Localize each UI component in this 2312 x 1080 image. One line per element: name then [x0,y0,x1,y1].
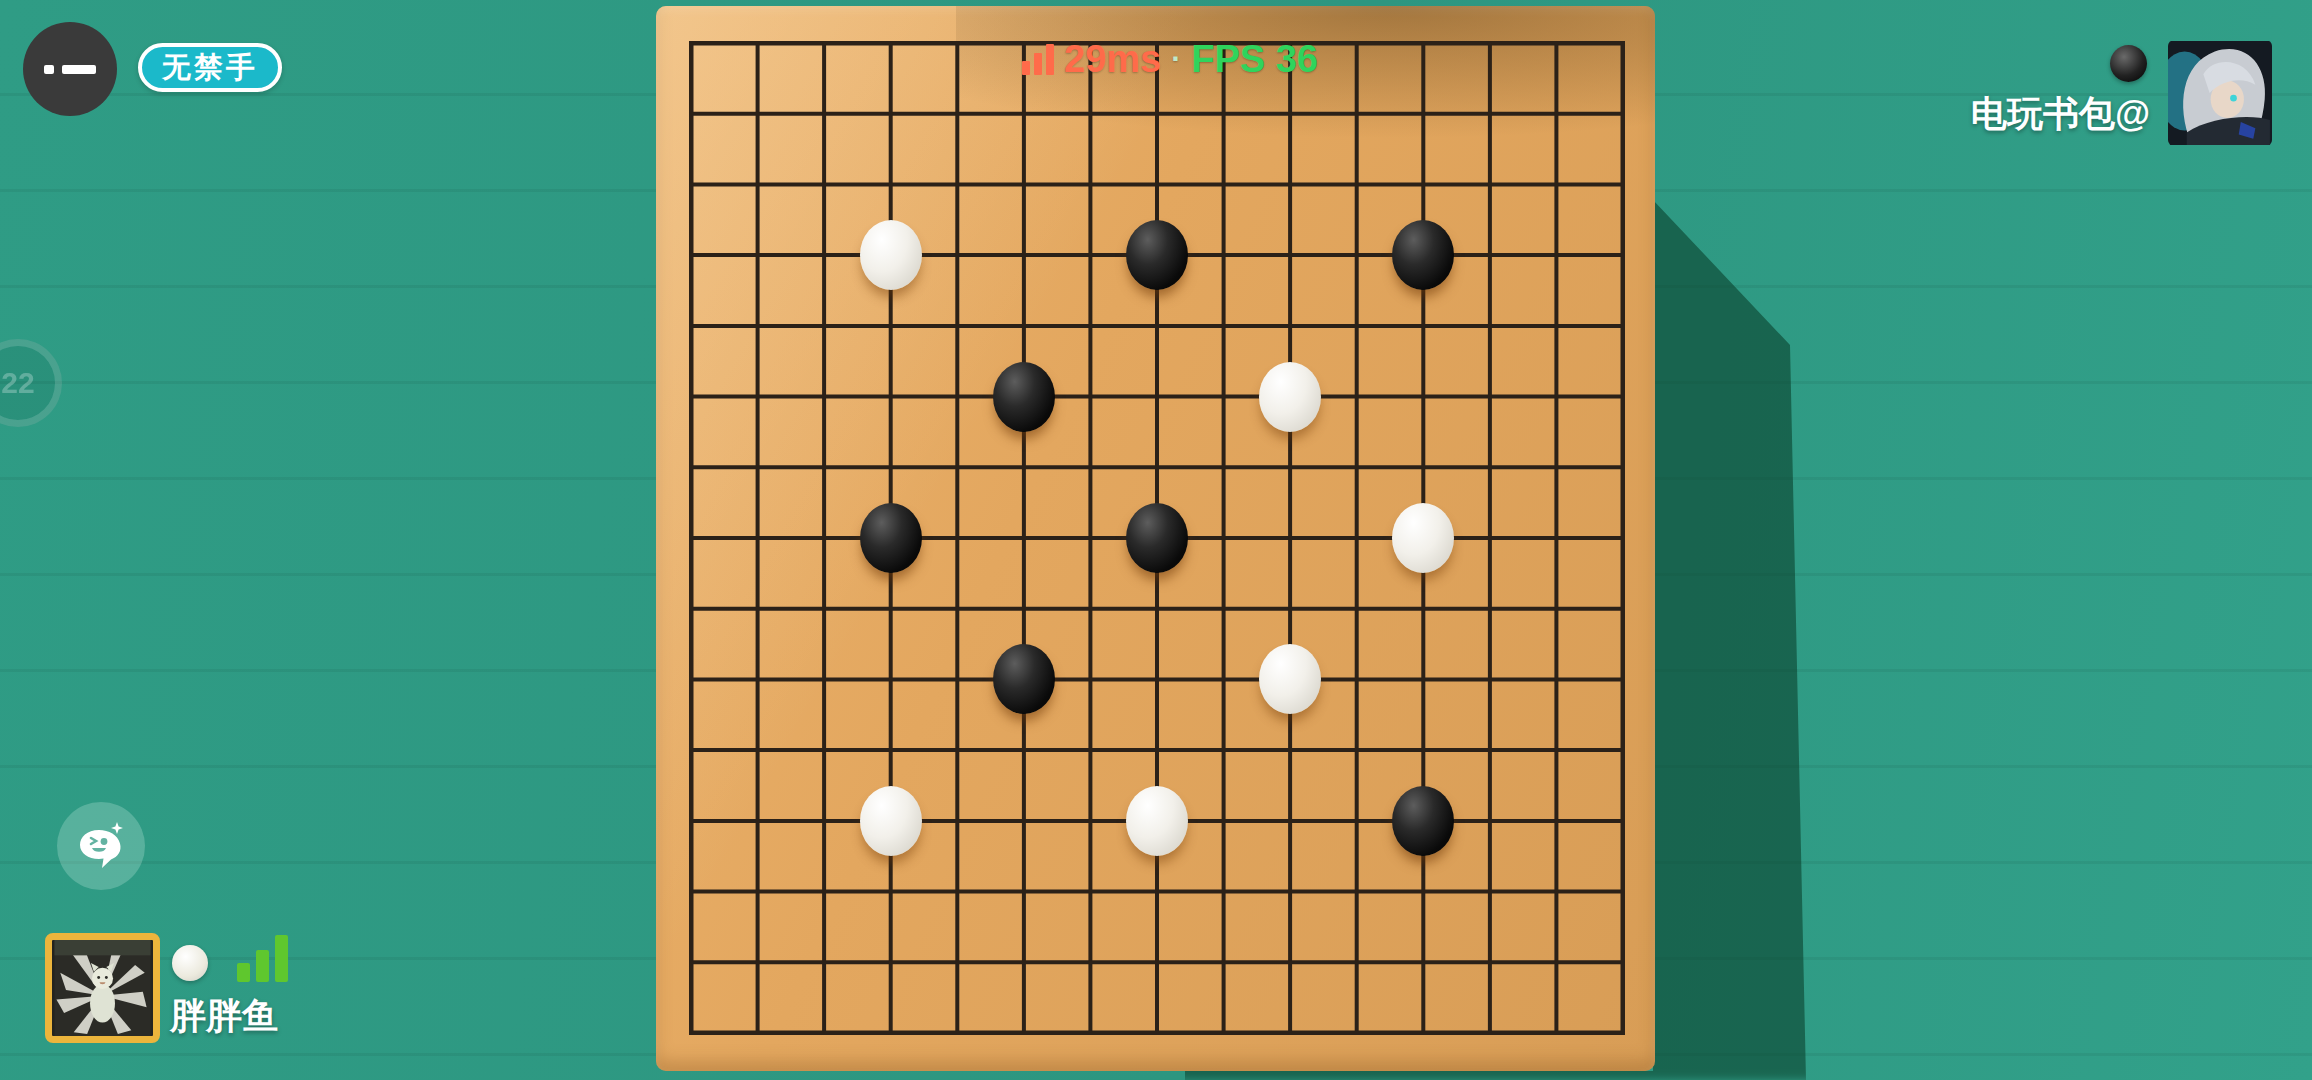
stone-black [1392,220,1454,290]
stone-black [1126,220,1188,290]
timer-badge: 22 [0,339,62,427]
stone-black [1392,786,1454,856]
chat-emoji-icon [73,818,129,874]
network-status: 29ms · FPS 36 [1022,36,1318,82]
latency-value: 29ms [1064,38,1161,81]
self-stone-color-indicator [172,945,208,981]
stone-layer[interactable] [691,43,1623,1033]
opponent-avatar[interactable] [2168,40,2272,146]
rule-badge: 无禁手 [138,43,282,92]
fps-value: FPS 36 [1191,38,1318,81]
opponent-avatar-image [2168,40,2272,146]
timer-value: 22 [1,366,34,400]
chat-button[interactable] [57,802,145,890]
stone-black [1126,503,1188,573]
stone-black [860,503,922,573]
stone-white [1126,786,1188,856]
stone-white [860,220,922,290]
stone-black [993,362,1055,432]
game-screen: 29ms · FPS 36 无禁手 22 电玩书包@ [0,0,2312,1080]
network-separator: · [1171,42,1181,76]
opponent-stone-color-indicator [2110,45,2147,82]
menu-button[interactable] [23,22,117,116]
self-avatar[interactable] [45,933,160,1043]
stone-white [1392,503,1454,573]
connection-bars-icon [237,935,297,982]
gomoku-board[interactable] [656,6,1655,1071]
self-avatar-image [52,940,153,1036]
self-name: 胖胖鱼 [170,992,278,1041]
stone-white [860,786,922,856]
stone-white [1259,644,1321,714]
signal-bars-icon [1022,43,1054,75]
stone-black [993,644,1055,714]
hamburger-menu-icon [44,55,96,84]
stone-white [1259,362,1321,432]
opponent-name: 电玩书包@ [1750,90,2150,139]
